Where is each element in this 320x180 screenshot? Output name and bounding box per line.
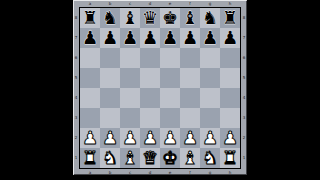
white-knight-icon: ♞︎ [102,148,118,168]
black-pawn-icon: ♟︎ [142,28,158,48]
square-h5[interactable] [220,68,240,88]
square-e8[interactable]: ♚︎ [160,8,180,28]
square-h2[interactable]: ♟︎ [220,128,240,148]
file-label-top-e: e [160,1,180,6]
file-label-bottom-a: a [80,170,100,175]
square-c5[interactable] [120,68,140,88]
square-b1[interactable]: ♞︎ [100,148,120,168]
white-rook-icon: ♜︎ [222,148,238,168]
file-label-bottom-f: f [180,170,200,175]
white-bishop-icon: ♝︎ [182,148,198,168]
black-rook-icon: ♜︎ [222,8,238,28]
square-f1[interactable]: ♝︎ [180,148,200,168]
square-a6[interactable] [80,48,100,68]
white-knight-icon: ♞︎ [202,148,218,168]
file-label-top-h: h [220,1,240,6]
square-g6[interactable] [200,48,220,68]
square-d1[interactable]: ♛︎ [140,148,160,168]
square-a7[interactable]: ♟︎ [80,28,100,48]
file-label-top-g: g [200,1,220,6]
square-h4[interactable] [220,88,240,108]
file-label-bottom-h: h [220,170,240,175]
square-a8[interactable]: ♜︎ [80,8,100,28]
square-b7[interactable]: ♟︎ [100,28,120,48]
black-pawn-icon: ♟︎ [102,28,118,48]
file-label-top-b: b [100,1,120,6]
square-a1[interactable]: ♜︎ [80,148,100,168]
app-background: ♜︎♞︎♝︎♛︎♚︎♝︎♞︎♜︎♟︎♟︎♟︎♟︎♟︎♟︎♟︎♟︎♟︎♟︎♟︎♟︎… [0,0,320,180]
square-e2[interactable]: ♟︎ [160,128,180,148]
square-f4[interactable] [180,88,200,108]
square-a4[interactable] [80,88,100,108]
rank-label-right-6: 6 [241,48,247,68]
square-f2[interactable]: ♟︎ [180,128,200,148]
square-d4[interactable] [140,88,160,108]
chess-board: ♜︎♞︎♝︎♛︎♚︎♝︎♞︎♜︎♟︎♟︎♟︎♟︎♟︎♟︎♟︎♟︎♟︎♟︎♟︎♟︎… [73,0,247,175]
rank-label-right-8: 8 [241,8,247,28]
file-label-top-f: f [180,1,200,6]
square-f7[interactable]: ♟︎ [180,28,200,48]
black-knight-icon: ♞︎ [102,8,118,28]
square-c4[interactable] [120,88,140,108]
file-label-top-d: d [140,1,160,6]
black-pawn-icon: ♟︎ [162,28,178,48]
black-bishop-icon: ♝︎ [122,8,138,28]
square-g8[interactable]: ♞︎ [200,8,220,28]
board-frame: ♜︎♞︎♝︎♛︎♚︎♝︎♞︎♜︎♟︎♟︎♟︎♟︎♟︎♟︎♟︎♟︎♟︎♟︎♟︎♟︎… [79,7,241,169]
rank-label-right-2: 2 [241,128,247,148]
square-f5[interactable] [180,68,200,88]
square-c7[interactable]: ♟︎ [120,28,140,48]
board-grid: ♜︎♞︎♝︎♛︎♚︎♝︎♞︎♜︎♟︎♟︎♟︎♟︎♟︎♟︎♟︎♟︎♟︎♟︎♟︎♟︎… [80,8,240,168]
black-pawn-icon: ♟︎ [82,28,98,48]
file-label-bottom-e: e [160,170,180,175]
square-c2[interactable]: ♟︎ [120,128,140,148]
black-pawn-icon: ♟︎ [122,28,138,48]
square-c1[interactable]: ♝︎ [120,148,140,168]
square-h1[interactable]: ♜︎ [220,148,240,168]
white-pawn-icon: ♟︎ [202,128,218,148]
square-d8[interactable]: ♛︎ [140,8,160,28]
square-g1[interactable]: ♞︎ [200,148,220,168]
black-knight-icon: ♞︎ [202,8,218,28]
file-label-bottom-c: c [120,170,140,175]
black-pawn-icon: ♟︎ [202,28,218,48]
square-b4[interactable] [100,88,120,108]
black-rook-icon: ♜︎ [82,8,98,28]
square-d3[interactable] [140,108,160,128]
white-king-icon: ♚︎ [162,148,178,168]
square-b2[interactable]: ♟︎ [100,128,120,148]
square-b8[interactable]: ♞︎ [100,8,120,28]
black-bishop-icon: ♝︎ [182,8,198,28]
square-g5[interactable] [200,68,220,88]
square-h7[interactable]: ♟︎ [220,28,240,48]
square-d6[interactable] [140,48,160,68]
square-b5[interactable] [100,68,120,88]
square-b6[interactable] [100,48,120,68]
square-d2[interactable]: ♟︎ [140,128,160,148]
square-a5[interactable] [80,68,100,88]
square-c6[interactable] [120,48,140,68]
square-d7[interactable]: ♟︎ [140,28,160,48]
file-label-bottom-d: d [140,170,160,175]
square-c8[interactable]: ♝︎ [120,8,140,28]
square-h3[interactable] [220,108,240,128]
square-a3[interactable] [80,108,100,128]
black-king-icon: ♚︎ [162,8,178,28]
white-pawn-icon: ♟︎ [122,128,138,148]
square-h8[interactable]: ♜︎ [220,8,240,28]
square-g3[interactable] [200,108,220,128]
square-f6[interactable] [180,48,200,68]
rank-label-right-3: 3 [241,108,247,128]
file-label-top-a: a [80,1,100,6]
white-pawn-icon: ♟︎ [162,128,178,148]
square-g2[interactable]: ♟︎ [200,128,220,148]
file-label-bottom-b: b [100,170,120,175]
square-a2[interactable]: ♟︎ [80,128,100,148]
square-b3[interactable] [100,108,120,128]
file-label-bottom-g: g [200,170,220,175]
rank-label-right-5: 5 [241,68,247,88]
white-pawn-icon: ♟︎ [182,128,198,148]
black-queen-icon: ♛︎ [142,8,158,28]
rank-label-right-7: 7 [241,28,247,48]
white-bishop-icon: ♝︎ [122,148,138,168]
white-queen-icon: ♛︎ [142,148,158,168]
file-label-top-c: c [120,1,140,6]
rank-label-right-1: 1 [241,148,247,168]
square-f3[interactable] [180,108,200,128]
square-e6[interactable] [160,48,180,68]
square-h6[interactable] [220,48,240,68]
white-pawn-icon: ♟︎ [142,128,158,148]
black-pawn-icon: ♟︎ [222,28,238,48]
square-e7[interactable]: ♟︎ [160,28,180,48]
white-rook-icon: ♜︎ [82,148,98,168]
rank-label-right-4: 4 [241,88,247,108]
square-e5[interactable] [160,68,180,88]
square-g4[interactable] [200,88,220,108]
white-pawn-icon: ♟︎ [222,128,238,148]
square-e1[interactable]: ♚︎ [160,148,180,168]
white-pawn-icon: ♟︎ [82,128,98,148]
square-e4[interactable] [160,88,180,108]
square-c3[interactable] [120,108,140,128]
square-e3[interactable] [160,108,180,128]
square-f8[interactable]: ♝︎ [180,8,200,28]
square-g7[interactable]: ♟︎ [200,28,220,48]
black-pawn-icon: ♟︎ [182,28,198,48]
square-d5[interactable] [140,68,160,88]
white-pawn-icon: ♟︎ [102,128,118,148]
